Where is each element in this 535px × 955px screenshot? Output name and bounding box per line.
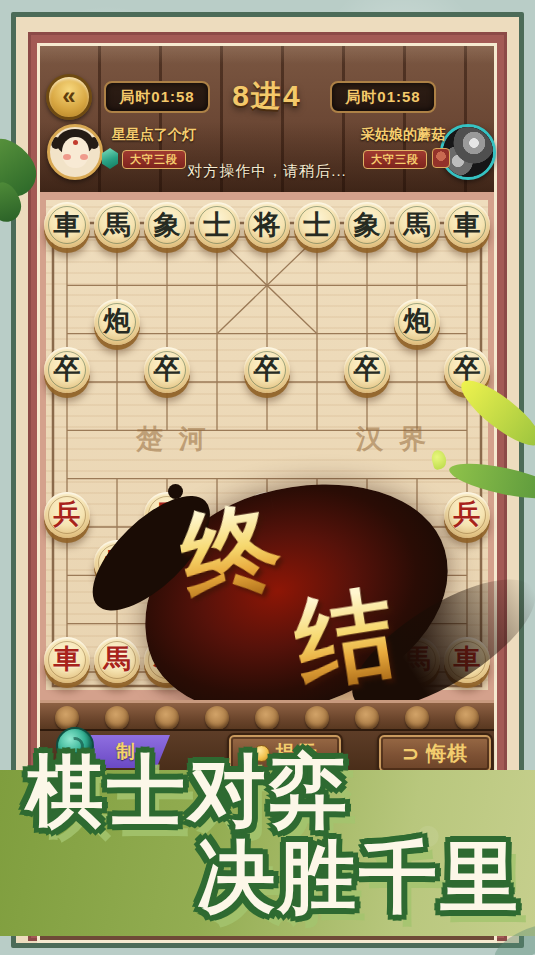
ink-splatter-dot bbox=[168, 484, 183, 499]
piece-red[interactable]: 馬 bbox=[94, 637, 140, 683]
piece-black[interactable]: 将 bbox=[244, 202, 290, 248]
player-right-name: 采姑娘的蘑菇 bbox=[361, 126, 445, 144]
piece-black[interactable]: 車 bbox=[444, 202, 490, 248]
piece-red[interactable]: 兵 bbox=[444, 492, 490, 538]
slogan-line-1: 棋士对弈 bbox=[26, 752, 350, 830]
board-front-ledge bbox=[40, 700, 494, 730]
overlay-char-jie: 结 bbox=[289, 583, 401, 695]
piece-black[interactable]: 卒 bbox=[44, 347, 90, 393]
player-left-name: 星星点了个灯 bbox=[112, 126, 196, 144]
piece-black[interactable]: 卒 bbox=[344, 347, 390, 393]
ledge-knob bbox=[405, 706, 429, 730]
piece-glyph: 卒 bbox=[54, 356, 81, 383]
piece-black[interactable]: 象 bbox=[344, 202, 390, 248]
piece-red[interactable]: 車 bbox=[44, 637, 90, 683]
piece-glyph: 将 bbox=[254, 212, 281, 239]
piece-black[interactable]: 馬 bbox=[94, 202, 140, 248]
piece-glyph: 卒 bbox=[254, 356, 281, 383]
piece-black[interactable]: 炮 bbox=[94, 299, 140, 345]
piece-glyph: 炮 bbox=[404, 308, 431, 335]
piece-black[interactable]: 象 bbox=[144, 202, 190, 248]
app-screenshot: « 局时01:58 8进4 局时01:58 星星点了个灯 大守三段 采姑娘的蘑菇 bbox=[0, 0, 535, 955]
ledge-knob bbox=[455, 706, 479, 730]
ledge-knob bbox=[205, 706, 229, 730]
undo-button-label: 悔棋 bbox=[426, 740, 468, 767]
ledge-knob bbox=[255, 706, 279, 730]
piece-glyph: 卒 bbox=[154, 356, 181, 383]
overlay-char-zhong: 终 bbox=[175, 497, 287, 609]
piece-black[interactable]: 車 bbox=[44, 202, 90, 248]
ledge-knob bbox=[355, 706, 379, 730]
timer-right: 局时01:58 bbox=[330, 81, 436, 113]
piece-black[interactable]: 士 bbox=[294, 202, 340, 248]
ledge-knob bbox=[105, 706, 129, 730]
piece-glyph: 馬 bbox=[104, 646, 131, 673]
timer-right-label: 局时01:58 bbox=[345, 88, 420, 107]
piece-glyph: 象 bbox=[154, 212, 181, 239]
turn-status-text: 对方操作中，请稍后... bbox=[40, 162, 494, 181]
piece-glyph: 炮 bbox=[104, 308, 131, 335]
piece-black[interactable]: 士 bbox=[194, 202, 240, 248]
xiangqi-board[interactable]: 楚河 汉界 車馬象士将士象馬車炮炮卒卒卒卒卒兵兵兵兵兵炮炮車馬相仕帥仕相馬車 终… bbox=[40, 192, 494, 700]
piece-glyph: 兵 bbox=[454, 501, 481, 528]
avatar-cheek bbox=[80, 154, 88, 160]
slogan-line-2: 决胜千里 bbox=[197, 838, 521, 916]
piece-glyph: 象 bbox=[354, 212, 381, 239]
piece-glyph: 車 bbox=[54, 212, 81, 239]
piece-black[interactable]: 卒 bbox=[144, 347, 190, 393]
piece-glyph: 士 bbox=[304, 212, 331, 239]
undo-arrow-icon: ⊃ bbox=[402, 742, 421, 766]
piece-black[interactable]: 炮 bbox=[394, 299, 440, 345]
undo-button[interactable]: ⊃ 悔棋 bbox=[377, 733, 493, 774]
avatar-cheek bbox=[63, 154, 71, 160]
piece-black[interactable]: 卒 bbox=[244, 347, 290, 393]
piece-glyph: 兵 bbox=[54, 501, 81, 528]
piece-glyph: 士 bbox=[204, 212, 231, 239]
ledge-knob bbox=[155, 706, 179, 730]
piece-glyph: 馬 bbox=[404, 212, 431, 239]
piece-glyph: 卒 bbox=[354, 356, 381, 383]
piece-glyph: 車 bbox=[54, 646, 81, 673]
piece-black[interactable]: 馬 bbox=[394, 202, 440, 248]
piece-glyph: 車 bbox=[454, 212, 481, 239]
ledge-knob bbox=[305, 706, 329, 730]
header-wood-bar: « 局时01:58 8进4 局时01:58 星星点了个灯 大守三段 采姑娘的蘑菇 bbox=[40, 46, 494, 192]
piece-glyph: 馬 bbox=[104, 212, 131, 239]
piece-red[interactable]: 兵 bbox=[44, 492, 90, 538]
